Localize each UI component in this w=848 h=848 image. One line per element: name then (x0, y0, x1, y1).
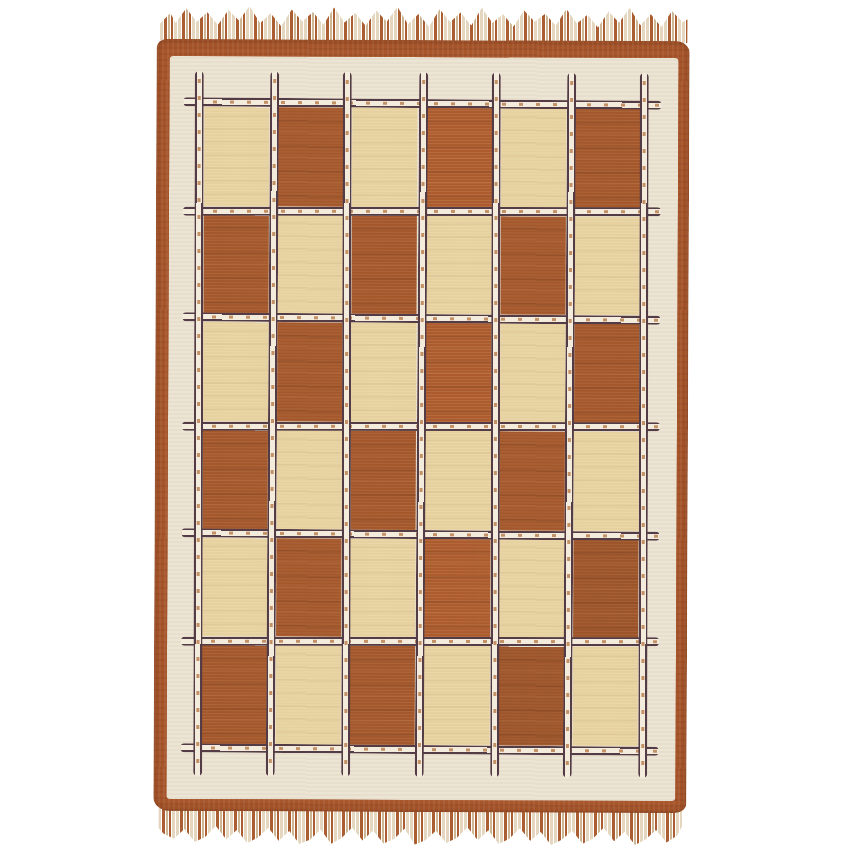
board-square-r6c3 (350, 646, 416, 745)
board-square-r4c2 (277, 430, 343, 529)
board-square-r5c4 (425, 539, 491, 638)
rug-border-field (166, 56, 678, 801)
board-square-r1c6 (575, 109, 641, 208)
board-square-r3c3 (351, 323, 417, 422)
board-square-r2c4 (426, 216, 492, 315)
board-square-r2c1 (203, 215, 269, 314)
board-square-r3c4 (425, 323, 491, 422)
board-square-r1c5 (501, 108, 567, 207)
board-square-r6c6 (572, 647, 638, 746)
board-grid (193, 98, 650, 755)
board-square-r2c2 (278, 215, 344, 314)
page-background: { "scene": { "description": "Overhead pr… (0, 0, 848, 848)
board-square-r2c5 (500, 216, 566, 315)
checkerboard (193, 98, 650, 755)
board-square-r4c1 (203, 430, 269, 529)
board-square-r5c2 (276, 538, 342, 637)
board-square-r1c3 (352, 108, 418, 207)
board-square-r6c1 (202, 645, 268, 744)
board-square-r3c1 (203, 322, 269, 421)
board-square-r1c1 (204, 107, 270, 206)
board-square-r1c2 (278, 107, 344, 206)
board-square-r1c4 (426, 108, 492, 207)
board-square-r5c5 (499, 539, 565, 638)
board-square-r3c2 (277, 323, 343, 422)
fringe-bottom (158, 807, 682, 847)
board-square-r4c4 (425, 431, 491, 530)
board-square-r5c6 (573, 539, 639, 638)
rug-edge-band (153, 39, 689, 813)
board-square-r3c6 (574, 324, 640, 423)
board-square-r5c1 (202, 538, 268, 637)
board-square-r5c3 (350, 538, 416, 637)
board-square-r6c4 (424, 646, 490, 745)
board-square-r4c5 (499, 431, 565, 530)
board-square-r6c5 (498, 647, 564, 746)
board-square-r2c6 (574, 216, 640, 315)
board-square-r6c2 (276, 646, 342, 745)
board-square-r4c3 (351, 431, 417, 530)
board-square-r2c3 (352, 215, 418, 314)
board-square-r3c5 (500, 324, 566, 423)
board-square-r4c6 (573, 432, 639, 531)
fringe-top (160, 1, 688, 43)
rug (153, 1, 690, 847)
